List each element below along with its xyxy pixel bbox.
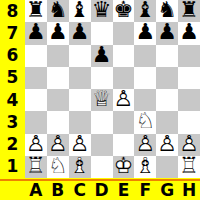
piece-white-bishop-c1[interactable]: ♝♗ (69, 156, 91, 178)
piece-black-king-e8[interactable]: ♚ (113, 0, 135, 22)
white-knight-icon: ♘ (135, 111, 155, 132)
black-rook-icon: ♜ (179, 0, 199, 21)
piece-black-knight-g8[interactable]: ♞ (156, 0, 178, 22)
black-knight-icon: ♞ (157, 0, 177, 21)
square-d3[interactable] (91, 111, 113, 133)
square-b5[interactable] (47, 67, 69, 89)
piece-black-rook-a8[interactable]: ♜ (25, 0, 47, 22)
piece-black-pawn-c7[interactable]: ♟ (69, 22, 91, 44)
white-queen-icon: ♕ (92, 89, 112, 110)
square-g8[interactable]: ♞ (156, 0, 178, 22)
white-pawn-icon: ♙ (157, 134, 177, 155)
square-b3[interactable] (47, 111, 69, 133)
square-g4[interactable] (156, 89, 178, 111)
square-c1[interactable]: ♝♗ (69, 156, 91, 178)
white-pawn-icon: ♙ (26, 134, 46, 155)
black-pawn-icon: ♟ (157, 22, 177, 43)
square-a8[interactable]: ♜ (25, 0, 47, 22)
square-e5[interactable] (113, 67, 135, 89)
square-d8[interactable]: ♛ (91, 0, 113, 22)
square-f2[interactable]: ♟♙ (134, 134, 156, 156)
square-g1[interactable] (156, 156, 178, 178)
piece-black-bishop-c8[interactable]: ♝ (69, 0, 91, 22)
file-labels-strip: ABCDEFGH (0, 178, 200, 200)
square-f4[interactable] (134, 89, 156, 111)
square-e1[interactable]: ♚♔ (113, 156, 135, 178)
rank-label-2: 2 (0, 134, 25, 156)
square-f3[interactable]: ♞♘ (134, 111, 156, 133)
square-b8[interactable]: ♞ (47, 0, 69, 22)
piece-black-bishop-f8[interactable]: ♝ (134, 0, 156, 22)
black-bishop-icon: ♝ (70, 0, 90, 21)
chess-board-ui: 87654321 ♜♞♝♛♚♝♞♜♟♟♟♟♟♟♟♛♕♟♙♞♘♟♙♟♙♟♙♟♙♟♙… (0, 0, 200, 200)
file-label-f: F (134, 181, 156, 200)
white-pawn-icon: ♙ (179, 134, 199, 155)
rank-label-3: 3 (0, 111, 25, 133)
square-a5[interactable] (25, 67, 47, 89)
square-g5[interactable] (156, 67, 178, 89)
file-labels: ABCDEFGH (25, 181, 200, 200)
white-pawn-icon: ♙ (114, 89, 134, 110)
black-queen-icon: ♛ (92, 0, 112, 21)
rank-label-4: 4 (0, 89, 25, 111)
black-pawn-icon: ♟ (92, 45, 112, 66)
square-h3[interactable] (178, 111, 200, 133)
white-bishop-icon: ♗ (135, 156, 155, 177)
square-g7[interactable]: ♟ (156, 22, 178, 44)
square-a1[interactable]: ♜♖ (25, 156, 47, 178)
square-h6[interactable] (178, 45, 200, 67)
square-e7[interactable] (113, 22, 135, 44)
square-a6[interactable] (25, 45, 47, 67)
piece-white-pawn-g2[interactable]: ♟♙ (156, 134, 178, 156)
piece-white-bishop-f1[interactable]: ♝♗ (134, 156, 156, 178)
square-b6[interactable] (47, 45, 69, 67)
square-f6[interactable] (134, 45, 156, 67)
white-rook-icon: ♖ (179, 156, 199, 177)
square-b1[interactable]: ♞♘ (47, 156, 69, 178)
black-knight-icon: ♞ (48, 0, 68, 21)
square-d6[interactable]: ♟ (91, 45, 113, 67)
file-label-g: G (156, 181, 178, 200)
piece-white-pawn-c2[interactable]: ♟♙ (69, 134, 91, 156)
piece-white-rook-a1[interactable]: ♜♖ (25, 156, 47, 178)
square-d7[interactable] (91, 22, 113, 44)
white-bishop-icon: ♗ (70, 156, 90, 177)
square-c3[interactable] (69, 111, 91, 133)
square-b2[interactable]: ♟♙ (47, 134, 69, 156)
piece-black-pawn-g7[interactable]: ♟ (156, 22, 178, 44)
square-c4[interactable] (69, 89, 91, 111)
piece-white-king-e1[interactable]: ♚♔ (113, 156, 135, 178)
square-a3[interactable] (25, 111, 47, 133)
piece-white-rook-h1[interactable]: ♜♖ (178, 156, 200, 178)
piece-black-knight-b8[interactable]: ♞ (47, 0, 69, 22)
file-label-a: A (25, 181, 47, 200)
piece-black-rook-h8[interactable]: ♜ (178, 0, 200, 22)
square-d5[interactable] (91, 67, 113, 89)
piece-white-pawn-a2[interactable]: ♟♙ (25, 134, 47, 156)
piece-white-knight-b1[interactable]: ♞♘ (47, 156, 69, 178)
square-e3[interactable] (113, 111, 135, 133)
black-pawn-icon: ♟ (48, 22, 68, 43)
square-h2[interactable]: ♟♙ (178, 134, 200, 156)
square-g3[interactable] (156, 111, 178, 133)
file-label-e: E (113, 181, 135, 200)
rank-label-1: 1 (0, 156, 25, 178)
white-king-icon: ♔ (114, 156, 134, 177)
square-f1[interactable]: ♝♗ (134, 156, 156, 178)
white-pawn-icon: ♙ (48, 134, 68, 155)
square-d2[interactable] (91, 134, 113, 156)
black-pawn-icon: ♟ (70, 22, 90, 43)
square-b4[interactable] (47, 89, 69, 111)
piece-white-pawn-h2[interactable]: ♟♙ (178, 134, 200, 156)
piece-white-pawn-f2[interactable]: ♟♙ (134, 134, 156, 156)
white-pawn-icon: ♙ (135, 134, 155, 155)
piece-white-pawn-e4[interactable]: ♟♙ (113, 89, 135, 111)
black-pawn-icon: ♟ (179, 22, 199, 43)
square-e8[interactable]: ♚ (113, 0, 135, 22)
square-h4[interactable] (178, 89, 200, 111)
file-label-d: D (91, 181, 113, 200)
square-h7[interactable]: ♟ (178, 22, 200, 44)
square-f7[interactable]: ♟ (134, 22, 156, 44)
piece-black-queen-d8[interactable]: ♛ (91, 0, 113, 22)
rank-label-7: 7 (0, 22, 25, 44)
board-area: 87654321 ♜♞♝♛♚♝♞♜♟♟♟♟♟♟♟♛♕♟♙♞♘♟♙♟♙♟♙♟♙♟♙… (0, 0, 200, 178)
piece-white-pawn-b2[interactable]: ♟♙ (47, 134, 69, 156)
black-pawn-icon: ♟ (135, 22, 155, 43)
square-h5[interactable] (178, 67, 200, 89)
piece-white-queen-d4[interactable]: ♛♕ (91, 89, 113, 111)
square-g2[interactable]: ♟♙ (156, 134, 178, 156)
square-g6[interactable] (156, 45, 178, 67)
square-c6[interactable] (69, 45, 91, 67)
square-e2[interactable] (113, 134, 135, 156)
file-label-h: H (178, 181, 200, 200)
white-rook-icon: ♖ (26, 156, 46, 177)
square-a7[interactable]: ♟ (25, 22, 47, 44)
square-e4[interactable]: ♟♙ (113, 89, 135, 111)
piece-black-pawn-d6[interactable]: ♟ (91, 45, 113, 67)
square-c8[interactable]: ♝ (69, 0, 91, 22)
square-b7[interactable]: ♟ (47, 22, 69, 44)
piece-black-pawn-a7[interactable]: ♟ (25, 22, 47, 44)
piece-black-pawn-b7[interactable]: ♟ (47, 22, 69, 44)
square-f5[interactable] (134, 67, 156, 89)
board-grid: ♜♞♝♛♚♝♞♜♟♟♟♟♟♟♟♛♕♟♙♞♘♟♙♟♙♟♙♟♙♟♙♟♙♜♖♞♘♝♗♚… (25, 0, 200, 178)
square-f8[interactable]: ♝ (134, 0, 156, 22)
square-a2[interactable]: ♟♙ (25, 134, 47, 156)
square-c2[interactable]: ♟♙ (69, 134, 91, 156)
file-label-c: C (69, 181, 91, 200)
file-label-b: B (47, 181, 69, 200)
square-c5[interactable] (69, 67, 91, 89)
square-d4[interactable]: ♛♕ (91, 89, 113, 111)
rank-label-6: 6 (0, 45, 25, 67)
black-bishop-icon: ♝ (135, 0, 155, 21)
rank-label-5: 5 (0, 67, 25, 89)
square-a4[interactable] (25, 89, 47, 111)
white-pawn-icon: ♙ (70, 134, 90, 155)
piece-black-pawn-h7[interactable]: ♟ (178, 22, 200, 44)
square-h8[interactable]: ♜ (178, 0, 200, 22)
piece-black-pawn-f7[interactable]: ♟ (134, 22, 156, 44)
black-rook-icon: ♜ (26, 0, 46, 21)
black-pawn-icon: ♟ (26, 22, 46, 43)
rank-labels: 87654321 (0, 0, 25, 178)
square-h1[interactable]: ♜♖ (178, 156, 200, 178)
rank-label-8: 8 (0, 0, 25, 22)
square-e6[interactable] (113, 45, 135, 67)
white-knight-icon: ♘ (48, 156, 68, 177)
square-c7[interactable]: ♟ (69, 22, 91, 44)
piece-white-knight-f3[interactable]: ♞♘ (134, 111, 156, 133)
square-d1[interactable] (91, 156, 113, 178)
black-king-icon: ♚ (114, 0, 134, 21)
